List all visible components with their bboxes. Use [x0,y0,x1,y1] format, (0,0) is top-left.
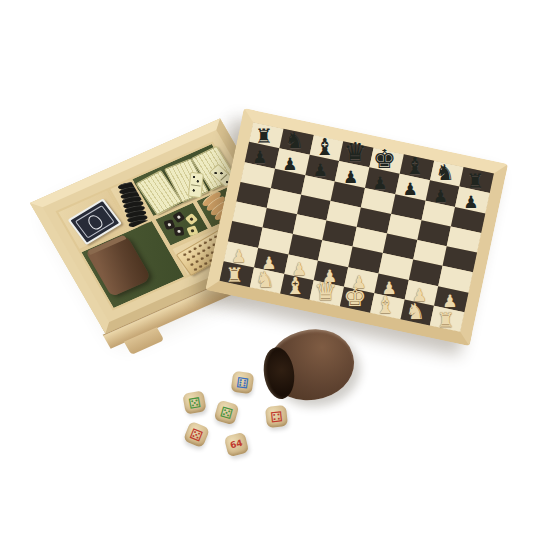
cup-opening [261,345,298,401]
domino-pips [189,173,203,197]
white-bishop: ♝ [375,294,396,317]
wooden-die: 64 [224,432,249,457]
chess-board: ♜♞♝♛♚♝♞♜♟♟♟♟♟♟♟♟♟♟♟♟♟♟♟♟♜♞♝♛♚♝♞♜ [205,108,508,346]
wooden-die: ⚃ [265,405,288,428]
die-face: ⚄ [188,426,205,444]
die-face: ⚄ [219,404,235,421]
wooden-die: ⚄ [183,421,210,448]
ivory-die [185,213,198,225]
white-queen: ♛ [314,278,337,304]
die-face: ⚄ [187,395,201,411]
wooden-die: ⚄ [182,390,206,414]
white-king: ♚ [344,284,367,310]
ivory-die [186,225,198,236]
black-die [173,226,184,235]
black-king: ♚ [373,146,396,172]
wooden-die: ⚅ [231,371,255,395]
dice-cup [260,320,362,411]
white-rook: ♜ [436,310,454,330]
white-rook: ♜ [226,265,244,285]
black-queen: ♛ [343,139,366,165]
die-face: ⚃ [270,409,284,424]
black-die [172,211,185,223]
domino-tile [188,172,204,199]
white-knight: ♞ [255,269,275,291]
product-photo: ♜♞♝♛♚♝♞♜♟♟♟♟♟♟♟♟♟♟♟♟♟♟♟♟♜♞♝♛♚♝♞♜ ⚅ ⚄ ⚄ ⚃… [0,0,533,533]
white-bishop: ♝ [285,275,306,298]
wooden-die: ⚄ [214,400,240,426]
die-face: 64 [229,439,243,451]
die-face: ⚅ [235,375,249,391]
white-knight: ♞ [405,301,425,323]
stored-dice-cup [85,233,151,296]
board-frame: ♜♞♝♛♚♝♞♜♟♟♟♟♟♟♟♟♟♟♟♟♟♟♟♟♜♞♝♛♚♝♞♜ [205,108,508,346]
board-grid: ♜♞♝♛♚♝♞♜♟♟♟♟♟♟♟♟♟♟♟♟♟♟♟♟♜♞♝♛♚♝♞♜ [220,122,494,332]
